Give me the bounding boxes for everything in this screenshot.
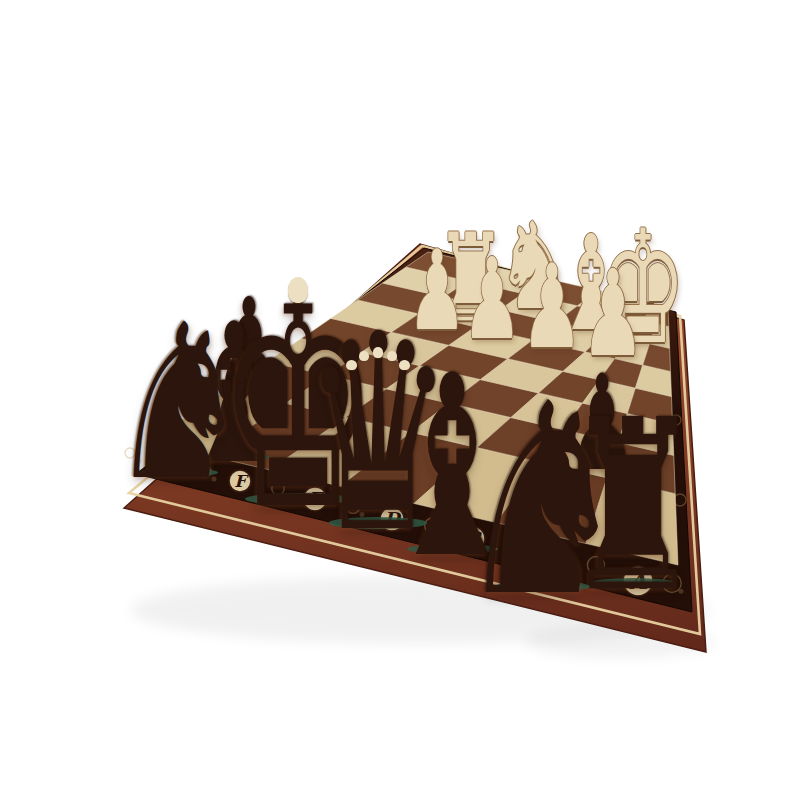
coordinate-label-E: E: [308, 488, 324, 509]
coordinate-label-G: G: [162, 454, 176, 472]
coordinate-label-B: B: [545, 549, 565, 574]
coordinate-label-D: D: [384, 508, 402, 529]
coordinate-label-A: A: [628, 568, 648, 594]
coordinate-label-C: C: [464, 528, 482, 551]
chess-board: GFEDCBA: [0, 0, 800, 800]
chess-set-product-photo: GFEDCBA ♟♜♟♞♟♝♟♚♟♝♟♞♚♛♝♜♞: [0, 0, 800, 800]
